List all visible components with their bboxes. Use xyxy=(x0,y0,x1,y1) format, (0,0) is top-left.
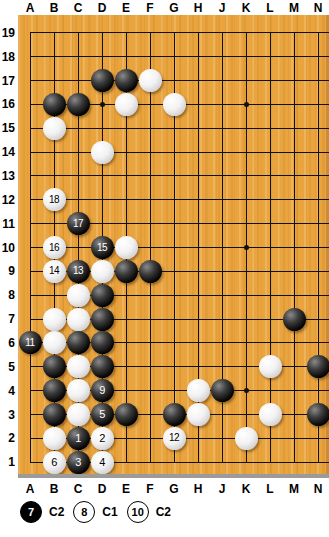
col-label-B: B xyxy=(50,482,59,496)
intersection-M2[interactable] xyxy=(282,426,306,450)
intersection-E2[interactable] xyxy=(114,426,138,450)
intersection-D17[interactable] xyxy=(90,69,114,93)
intersection-E19[interactable] xyxy=(114,21,138,45)
caption-coordinate: C2 xyxy=(49,505,64,519)
intersection-B4[interactable] xyxy=(42,379,66,403)
intersection-C10[interactable] xyxy=(66,236,90,260)
intersection-G1[interactable] xyxy=(162,450,186,474)
stone-white-B7 xyxy=(43,308,66,331)
intersection-M7[interactable] xyxy=(282,307,306,331)
intersection-F9[interactable] xyxy=(138,259,162,283)
intersection-B10[interactable]: 16 xyxy=(42,236,66,260)
intersection-F7[interactable] xyxy=(138,307,162,331)
intersection-M4[interactable] xyxy=(282,379,306,403)
intersection-F19[interactable] xyxy=(138,21,162,45)
intersection-A7[interactable] xyxy=(18,307,42,331)
intersection-E8[interactable] xyxy=(114,283,138,307)
intersection-D7[interactable] xyxy=(90,307,114,331)
intersection-B15[interactable] xyxy=(42,116,66,140)
intersection-A4[interactable] xyxy=(18,379,42,403)
intersection-C8[interactable] xyxy=(66,283,90,307)
board-bottom-edge xyxy=(18,474,329,478)
intersection-F17[interactable] xyxy=(138,69,162,93)
intersection-A17[interactable] xyxy=(18,69,42,93)
intersection-H1[interactable] xyxy=(186,450,210,474)
intersection-C16[interactable] xyxy=(66,93,90,117)
intersection-J5[interactable] xyxy=(210,355,234,379)
intersection-G17[interactable] xyxy=(162,69,186,93)
row-label-1: 1 xyxy=(0,455,15,469)
intersection-L9[interactable] xyxy=(258,259,282,283)
intersection-H12[interactable] xyxy=(186,188,210,212)
star-point-D16 xyxy=(100,102,105,107)
intersection-B13[interactable] xyxy=(42,164,66,188)
intersection-E5[interactable] xyxy=(114,355,138,379)
caption-move-7: 7C2 xyxy=(20,501,64,523)
intersection-A16[interactable] xyxy=(18,93,42,117)
intersection-H8[interactable] xyxy=(186,283,210,307)
intersection-A9[interactable] xyxy=(18,259,42,283)
intersection-K7[interactable] xyxy=(234,307,258,331)
intersection-J19[interactable] xyxy=(210,21,234,45)
stone-black-D8 xyxy=(91,284,114,307)
intersection-H17[interactable] xyxy=(186,69,210,93)
intersection-L17[interactable] xyxy=(258,69,282,93)
intersection-A11[interactable] xyxy=(18,212,42,236)
intersection-M18[interactable] xyxy=(282,45,306,69)
intersection-F3[interactable] xyxy=(138,403,162,427)
intersection-E4[interactable] xyxy=(114,379,138,403)
intersection-M14[interactable] xyxy=(282,140,306,164)
intersection-C12[interactable] xyxy=(66,188,90,212)
intersection-B5[interactable] xyxy=(42,355,66,379)
intersection-N9[interactable] xyxy=(306,259,329,283)
intersection-A2[interactable] xyxy=(18,426,42,450)
intersection-K16[interactable] xyxy=(234,93,258,117)
intersection-B14[interactable] xyxy=(42,140,66,164)
intersection-K3[interactable] xyxy=(234,403,258,427)
intersection-C3[interactable] xyxy=(66,403,90,427)
intersection-J18[interactable] xyxy=(210,45,234,69)
intersection-J16[interactable] xyxy=(210,93,234,117)
intersection-M19[interactable] xyxy=(282,21,306,45)
intersection-K4[interactable] xyxy=(234,379,258,403)
intersection-J8[interactable] xyxy=(210,283,234,307)
intersection-M1[interactable] xyxy=(282,450,306,474)
intersection-K14[interactable] xyxy=(234,140,258,164)
intersection-F1[interactable] xyxy=(138,450,162,474)
col-label-D: D xyxy=(98,482,107,496)
intersection-B16[interactable] xyxy=(42,93,66,117)
intersection-G5[interactable] xyxy=(162,355,186,379)
intersection-N5[interactable] xyxy=(306,355,329,379)
intersection-K13[interactable] xyxy=(234,164,258,188)
intersection-D16[interactable] xyxy=(90,93,114,117)
intersection-F18[interactable] xyxy=(138,45,162,69)
intersection-J1[interactable] xyxy=(210,450,234,474)
col-label-C: C xyxy=(74,482,83,496)
intersection-L11[interactable] xyxy=(258,212,282,236)
stone-black-D6 xyxy=(91,331,114,354)
stone-black-B16 xyxy=(43,93,66,116)
intersection-L12[interactable] xyxy=(258,188,282,212)
intersection-D19[interactable] xyxy=(90,21,114,45)
intersection-N3[interactable] xyxy=(306,403,329,427)
intersection-D6[interactable] xyxy=(90,331,114,355)
intersection-L4[interactable] xyxy=(258,379,282,403)
stone-white-H4 xyxy=(187,379,210,402)
intersection-L1[interactable] xyxy=(258,450,282,474)
intersection-F2[interactable] xyxy=(138,426,162,450)
intersection-B2[interactable] xyxy=(42,426,66,450)
intersection-D13[interactable] xyxy=(90,164,114,188)
stone-black-E17 xyxy=(115,69,138,92)
stone-white-D1: 4 xyxy=(91,451,114,474)
intersection-C1[interactable]: 3 xyxy=(66,450,90,474)
intersection-K17[interactable] xyxy=(234,69,258,93)
intersection-E15[interactable] xyxy=(114,116,138,140)
star-point-K4 xyxy=(244,388,249,393)
intersection-M5[interactable] xyxy=(282,355,306,379)
intersection-G9[interactable] xyxy=(162,259,186,283)
intersection-A18[interactable] xyxy=(18,45,42,69)
intersection-G11[interactable] xyxy=(162,212,186,236)
intersection-D4[interactable]: 9 xyxy=(90,379,114,403)
intersection-L14[interactable] xyxy=(258,140,282,164)
intersection-H5[interactable] xyxy=(186,355,210,379)
intersection-J14[interactable] xyxy=(210,140,234,164)
caption-coordinate: C2 xyxy=(156,505,171,519)
intersection-L2[interactable] xyxy=(258,426,282,450)
stone-black-D10: 15 xyxy=(91,236,114,259)
intersection-E13[interactable] xyxy=(114,164,138,188)
intersection-L5[interactable] xyxy=(258,355,282,379)
intersection-H18[interactable] xyxy=(186,45,210,69)
intersection-N7[interactable] xyxy=(306,307,329,331)
stone-white-B9: 14 xyxy=(43,260,66,283)
intersection-E16[interactable] xyxy=(114,93,138,117)
intersection-D8[interactable] xyxy=(90,283,114,307)
intersection-C13[interactable] xyxy=(66,164,90,188)
stone-black-D17 xyxy=(91,69,114,92)
intersection-D14[interactable] xyxy=(90,140,114,164)
intersection-K2[interactable] xyxy=(234,426,258,450)
intersection-E1[interactable] xyxy=(114,450,138,474)
col-label-M: M xyxy=(289,1,299,15)
intersection-E12[interactable] xyxy=(114,188,138,212)
intersection-E6[interactable] xyxy=(114,331,138,355)
intersection-B1[interactable]: 6 xyxy=(42,450,66,474)
stone-black-C11: 17 xyxy=(67,212,90,235)
intersection-B3[interactable] xyxy=(42,403,66,427)
intersection-N16[interactable] xyxy=(306,93,329,117)
intersection-K19[interactable] xyxy=(234,21,258,45)
intersection-K12[interactable] xyxy=(234,188,258,212)
intersection-F14[interactable] xyxy=(138,140,162,164)
intersection-A8[interactable] xyxy=(18,283,42,307)
intersection-J4[interactable] xyxy=(210,379,234,403)
intersection-F10[interactable] xyxy=(138,236,162,260)
intersection-G12[interactable] xyxy=(162,188,186,212)
intersection-E17[interactable] xyxy=(114,69,138,93)
intersection-H13[interactable] xyxy=(186,164,210,188)
intersection-C18[interactable] xyxy=(66,45,90,69)
intersection-J10[interactable] xyxy=(210,236,234,260)
intersection-E18[interactable] xyxy=(114,45,138,69)
intersection-M13[interactable] xyxy=(282,164,306,188)
intersection-M3[interactable] xyxy=(282,403,306,427)
intersection-F5[interactable] xyxy=(138,355,162,379)
intersection-E11[interactable] xyxy=(114,212,138,236)
intersection-F12[interactable] xyxy=(138,188,162,212)
intersection-A5[interactable] xyxy=(18,355,42,379)
row-label-9: 9 xyxy=(0,264,15,278)
intersection-M9[interactable] xyxy=(282,259,306,283)
intersection-J11[interactable] xyxy=(210,212,234,236)
go-board[interactable]: 18171615141311951212634 xyxy=(18,15,329,474)
intersection-C4[interactable] xyxy=(66,379,90,403)
intersection-M11[interactable] xyxy=(282,212,306,236)
intersection-K15[interactable] xyxy=(234,116,258,140)
intersection-J12[interactable] xyxy=(210,188,234,212)
intersection-L19[interactable] xyxy=(258,21,282,45)
intersection-H16[interactable] xyxy=(186,93,210,117)
col-label-M: M xyxy=(289,482,299,496)
intersection-E7[interactable] xyxy=(114,307,138,331)
intersection-D2[interactable]: 2 xyxy=(90,426,114,450)
intersection-D10[interactable]: 15 xyxy=(90,236,114,260)
intersection-E14[interactable] xyxy=(114,140,138,164)
intersection-B11[interactable] xyxy=(42,212,66,236)
intersection-C7[interactable] xyxy=(66,307,90,331)
intersection-G4[interactable] xyxy=(162,379,186,403)
intersection-D1[interactable]: 4 xyxy=(90,450,114,474)
stone-black-C2: 1 xyxy=(67,427,90,450)
intersection-K9[interactable] xyxy=(234,259,258,283)
intersection-N14[interactable] xyxy=(306,140,329,164)
intersection-M8[interactable] xyxy=(282,283,306,307)
move-number-16: 16 xyxy=(49,243,59,253)
intersection-M10[interactable] xyxy=(282,236,306,260)
intersection-B17[interactable] xyxy=(42,69,66,93)
intersection-D11[interactable] xyxy=(90,212,114,236)
intersection-H10[interactable] xyxy=(186,236,210,260)
intersection-K1[interactable] xyxy=(234,450,258,474)
intersection-J6[interactable] xyxy=(210,331,234,355)
intersection-G2[interactable]: 12 xyxy=(162,426,186,450)
intersection-N8[interactable] xyxy=(306,283,329,307)
intersection-L15[interactable] xyxy=(258,116,282,140)
intersection-C17[interactable] xyxy=(66,69,90,93)
intersection-L7[interactable] xyxy=(258,307,282,331)
intersection-A12[interactable] xyxy=(18,188,42,212)
intersection-K6[interactable] xyxy=(234,331,258,355)
caption-white-stone-icon: 8 xyxy=(73,501,95,523)
intersection-A15[interactable] xyxy=(18,116,42,140)
col-label-G: G xyxy=(169,1,178,15)
intersection-J17[interactable] xyxy=(210,69,234,93)
move-number-5: 5 xyxy=(99,409,105,420)
intersection-N12[interactable] xyxy=(306,188,329,212)
col-label-N: N xyxy=(314,482,323,496)
intersection-F16[interactable] xyxy=(138,93,162,117)
col-label-E: E xyxy=(122,482,130,496)
intersection-D5[interactable] xyxy=(90,355,114,379)
intersection-N18[interactable] xyxy=(306,45,329,69)
intersection-B19[interactable] xyxy=(42,21,66,45)
intersection-K11[interactable] xyxy=(234,212,258,236)
intersection-H15[interactable] xyxy=(186,116,210,140)
intersection-D15[interactable] xyxy=(90,116,114,140)
stone-white-B10: 16 xyxy=(43,236,66,259)
intersection-H11[interactable] xyxy=(186,212,210,236)
move-number-2: 2 xyxy=(99,433,105,444)
intersection-G7[interactable] xyxy=(162,307,186,331)
intersection-J7[interactable] xyxy=(210,307,234,331)
intersection-C6[interactable] xyxy=(66,331,90,355)
intersection-F4[interactable] xyxy=(138,379,162,403)
caption-move-10: 10C2 xyxy=(127,501,171,523)
intersection-M17[interactable] xyxy=(282,69,306,93)
intersection-A1[interactable] xyxy=(18,450,42,474)
intersection-L10[interactable] xyxy=(258,236,282,260)
intersection-M12[interactable] xyxy=(282,188,306,212)
intersection-K5[interactable] xyxy=(234,355,258,379)
stone-white-F17 xyxy=(139,69,162,92)
intersection-E9[interactable] xyxy=(114,259,138,283)
col-label-H: H xyxy=(194,1,203,15)
intersection-L3[interactable] xyxy=(258,403,282,427)
intersection-C5[interactable] xyxy=(66,355,90,379)
intersection-H9[interactable] xyxy=(186,259,210,283)
intersection-F15[interactable] xyxy=(138,116,162,140)
col-label-A: A xyxy=(26,1,35,15)
intersection-A10[interactable] xyxy=(18,236,42,260)
intersection-G10[interactable] xyxy=(162,236,186,260)
col-label-C: C xyxy=(74,1,83,15)
intersection-G3[interactable] xyxy=(162,403,186,427)
intersection-A14[interactable] xyxy=(18,140,42,164)
intersection-N4[interactable] xyxy=(306,379,329,403)
intersection-K18[interactable] xyxy=(234,45,258,69)
intersection-M15[interactable] xyxy=(282,116,306,140)
intersection-G18[interactable] xyxy=(162,45,186,69)
row-label-13: 13 xyxy=(0,169,15,183)
intersection-H7[interactable] xyxy=(186,307,210,331)
intersection-G16[interactable] xyxy=(162,93,186,117)
intersection-K10[interactable] xyxy=(234,236,258,260)
intersection-N10[interactable] xyxy=(306,236,329,260)
intersection-F13[interactable] xyxy=(138,164,162,188)
intersection-L6[interactable] xyxy=(258,331,282,355)
move-number-6: 6 xyxy=(51,457,57,468)
intersection-C9[interactable]: 13 xyxy=(66,259,90,283)
intersection-J13[interactable] xyxy=(210,164,234,188)
intersection-N19[interactable] xyxy=(306,21,329,45)
intersection-N6[interactable] xyxy=(306,331,329,355)
intersection-L18[interactable] xyxy=(258,45,282,69)
row-label-19: 19 xyxy=(0,26,15,40)
intersection-G14[interactable] xyxy=(162,140,186,164)
intersection-D18[interactable] xyxy=(90,45,114,69)
stone-black-B3 xyxy=(43,403,66,426)
col-label-K: K xyxy=(242,1,251,15)
intersection-M6[interactable] xyxy=(282,331,306,355)
intersection-H2[interactable] xyxy=(186,426,210,450)
intersection-N1[interactable] xyxy=(306,450,329,474)
intersection-L13[interactable] xyxy=(258,164,282,188)
intersection-D9[interactable] xyxy=(90,259,114,283)
intersection-A19[interactable] xyxy=(18,21,42,45)
intersection-H6[interactable] xyxy=(186,331,210,355)
move-number-9: 9 xyxy=(99,385,105,396)
intersection-G6[interactable] xyxy=(162,331,186,355)
intersection-D12[interactable] xyxy=(90,188,114,212)
intersection-A3[interactable] xyxy=(18,403,42,427)
intersection-B12[interactable]: 18 xyxy=(42,188,66,212)
intersection-B6[interactable] xyxy=(42,331,66,355)
intersection-G15[interactable] xyxy=(162,116,186,140)
intersection-N2[interactable] xyxy=(306,426,329,450)
intersection-G13[interactable] xyxy=(162,164,186,188)
intersection-N15[interactable] xyxy=(306,116,329,140)
intersection-C11[interactable]: 17 xyxy=(66,212,90,236)
intersection-G19[interactable] xyxy=(162,21,186,45)
intersection-C15[interactable] xyxy=(66,116,90,140)
intersection-H14[interactable] xyxy=(186,140,210,164)
intersection-C19[interactable] xyxy=(66,21,90,45)
intersection-B18[interactable] xyxy=(42,45,66,69)
intersection-D3[interactable]: 5 xyxy=(90,403,114,427)
intersection-M16[interactable] xyxy=(282,93,306,117)
intersection-B7[interactable] xyxy=(42,307,66,331)
intersection-J3[interactable] xyxy=(210,403,234,427)
intersection-L16[interactable] xyxy=(258,93,282,117)
intersection-A13[interactable] xyxy=(18,164,42,188)
intersection-H19[interactable] xyxy=(186,21,210,45)
intersection-K8[interactable] xyxy=(234,283,258,307)
stone-black-D4: 9 xyxy=(91,379,114,402)
intersection-F11[interactable] xyxy=(138,212,162,236)
intersection-E3[interactable] xyxy=(114,403,138,427)
intersection-G8[interactable] xyxy=(162,283,186,307)
intersection-J9[interactable] xyxy=(210,259,234,283)
intersection-F8[interactable] xyxy=(138,283,162,307)
intersection-N17[interactable] xyxy=(306,69,329,93)
intersection-B8[interactable] xyxy=(42,283,66,307)
col-label-J: J xyxy=(219,1,226,15)
intersection-C14[interactable] xyxy=(66,140,90,164)
intersection-B9[interactable]: 14 xyxy=(42,259,66,283)
stone-black-B4 xyxy=(43,379,66,402)
stone-black-J4 xyxy=(211,379,234,402)
intersection-N11[interactable] xyxy=(306,212,329,236)
intersection-N13[interactable] xyxy=(306,164,329,188)
col-label-D: D xyxy=(98,1,107,15)
intersection-E10[interactable] xyxy=(114,236,138,260)
intersection-L8[interactable] xyxy=(258,283,282,307)
intersection-C2[interactable]: 1 xyxy=(66,426,90,450)
intersection-J2[interactable] xyxy=(210,426,234,450)
col-label-B: B xyxy=(50,1,59,15)
intersection-J15[interactable] xyxy=(210,116,234,140)
intersection-H4[interactable] xyxy=(186,379,210,403)
row-label-2: 2 xyxy=(0,431,15,445)
col-label-A: A xyxy=(26,482,35,496)
intersection-A6[interactable]: 11 xyxy=(18,331,42,355)
intersection-F6[interactable] xyxy=(138,331,162,355)
intersection-H3[interactable] xyxy=(186,403,210,427)
